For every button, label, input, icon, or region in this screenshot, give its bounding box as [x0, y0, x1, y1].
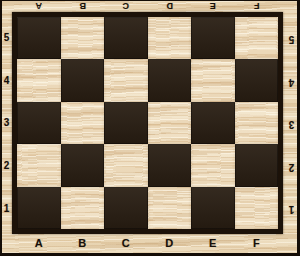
file-label: B — [61, 0, 105, 12]
rank-label: 4 — [1, 60, 12, 103]
square-b4[interactable] — [61, 59, 105, 101]
square-d5[interactable] — [148, 17, 192, 59]
rank-labels-right: 54321 — [285, 17, 298, 230]
rank-label: 2 — [285, 145, 298, 188]
rank-label: 4 — [285, 60, 298, 103]
file-label: D — [148, 0, 192, 12]
square-b5[interactable] — [61, 17, 105, 59]
file-label: A — [17, 234, 61, 253]
file-labels-bottom: ABCDEF — [17, 234, 278, 253]
square-a1[interactable] — [17, 187, 61, 229]
square-e2[interactable] — [191, 144, 235, 186]
square-f4[interactable] — [235, 59, 279, 101]
square-e3[interactable] — [191, 102, 235, 144]
board-frame — [12, 12, 283, 234]
square-d2[interactable] — [148, 144, 192, 186]
file-label: D — [148, 234, 192, 253]
square-c1[interactable] — [104, 187, 148, 229]
square-d1[interactable] — [148, 187, 192, 229]
chessboard-photo: ABCDEF ABCDEF 54321 54321 — [0, 0, 300, 256]
square-a2[interactable] — [17, 144, 61, 186]
square-b1[interactable] — [61, 187, 105, 229]
board-grid — [17, 17, 278, 229]
square-b2[interactable] — [61, 144, 105, 186]
square-b3[interactable] — [61, 102, 105, 144]
rank-labels-left: 54321 — [1, 17, 12, 230]
rank-label: 3 — [1, 102, 12, 145]
rank-label: 5 — [285, 17, 298, 60]
file-label: F — [235, 234, 279, 253]
square-a3[interactable] — [17, 102, 61, 144]
rank-label: 2 — [1, 145, 12, 188]
square-a5[interactable] — [17, 17, 61, 59]
file-labels-top: ABCDEF — [17, 0, 278, 12]
square-d3[interactable] — [148, 102, 192, 144]
file-label: E — [191, 234, 235, 253]
file-label: F — [235, 0, 279, 12]
square-a4[interactable] — [17, 59, 61, 101]
rank-label: 3 — [285, 102, 298, 145]
square-e1[interactable] — [191, 187, 235, 229]
rank-label: 1 — [1, 187, 12, 230]
file-label: C — [104, 0, 148, 12]
square-c3[interactable] — [104, 102, 148, 144]
square-e5[interactable] — [191, 17, 235, 59]
file-label: C — [104, 234, 148, 253]
square-c2[interactable] — [104, 144, 148, 186]
square-f3[interactable] — [235, 102, 279, 144]
square-f1[interactable] — [235, 187, 279, 229]
file-label: E — [191, 0, 235, 12]
file-label: A — [17, 0, 61, 12]
square-c5[interactable] — [104, 17, 148, 59]
rank-label: 1 — [285, 187, 298, 230]
square-f2[interactable] — [235, 144, 279, 186]
square-f5[interactable] — [235, 17, 279, 59]
file-label: B — [61, 234, 105, 253]
square-c4[interactable] — [104, 59, 148, 101]
square-e4[interactable] — [191, 59, 235, 101]
rank-label: 5 — [1, 17, 12, 60]
square-d4[interactable] — [148, 59, 192, 101]
